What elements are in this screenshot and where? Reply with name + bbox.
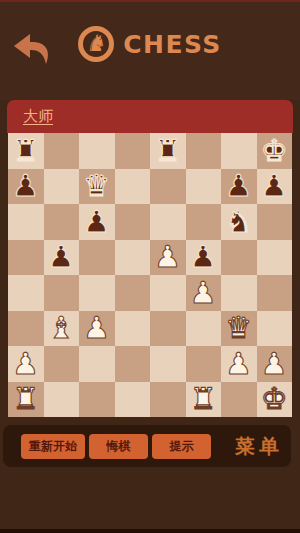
square-b8[interactable]: [44, 133, 80, 169]
square-b6[interactable]: [44, 204, 80, 240]
square-g6[interactable]: ♞: [221, 204, 257, 240]
square-d2[interactable]: [115, 346, 151, 382]
piece-white-pawn[interactable]: ♟: [225, 349, 252, 379]
square-a3[interactable]: [8, 311, 44, 347]
square-a2[interactable]: ♟: [8, 346, 44, 382]
square-b3[interactable]: ♝: [44, 311, 80, 347]
square-a8[interactable]: ♜: [8, 133, 44, 169]
square-h2[interactable]: ♟: [257, 346, 293, 382]
square-b2[interactable]: [44, 346, 80, 382]
square-b4[interactable]: [44, 275, 80, 311]
square-h3[interactable]: [257, 311, 293, 347]
square-e5[interactable]: ♟: [150, 240, 186, 276]
piece-white-pawn[interactable]: ♟: [154, 242, 181, 272]
square-h6[interactable]: [257, 204, 293, 240]
square-f3[interactable]: [186, 311, 222, 347]
square-f6[interactable]: [186, 204, 222, 240]
square-c4[interactable]: [79, 275, 115, 311]
piece-black-pawn[interactable]: ♟: [48, 242, 75, 272]
square-f1[interactable]: ♜: [186, 382, 222, 418]
square-c8[interactable]: [79, 133, 115, 169]
square-e2[interactable]: [150, 346, 186, 382]
piece-white-king[interactable]: ♚: [261, 384, 288, 414]
square-b7[interactable]: [44, 169, 80, 205]
back-arrow-icon: [13, 55, 53, 70]
chess-board: ♜♜♚♟♛♟♟♟♞♟♟♟♟♝♟♛♟♟♟♜♜♚: [8, 133, 292, 417]
square-f4[interactable]: ♟: [186, 275, 222, 311]
menu-button[interactable]: 菜单: [235, 433, 283, 460]
square-g5[interactable]: [221, 240, 257, 276]
square-d3[interactable]: [115, 311, 151, 347]
undo-button[interactable]: 悔棋: [89, 434, 148, 459]
square-d4[interactable]: [115, 275, 151, 311]
square-g1[interactable]: [221, 382, 257, 418]
square-h4[interactable]: [257, 275, 293, 311]
square-g4[interactable]: [221, 275, 257, 311]
square-e3[interactable]: [150, 311, 186, 347]
piece-white-rook[interactable]: ♜: [190, 384, 217, 414]
square-g2[interactable]: ♟: [221, 346, 257, 382]
piece-black-pawn[interactable]: ♟: [12, 171, 39, 201]
square-f2[interactable]: [186, 346, 222, 382]
square-c2[interactable]: [79, 346, 115, 382]
square-e7[interactable]: [150, 169, 186, 205]
bottom-toolbar: 重新开始 悔棋 提示 菜单: [3, 425, 291, 467]
piece-black-pawn[interactable]: ♟: [190, 242, 217, 272]
square-h1[interactable]: ♚: [257, 382, 293, 418]
piece-black-king[interactable]: ♚: [261, 136, 288, 166]
piece-white-pawn[interactable]: ♟: [190, 278, 217, 308]
level-label: 大师: [23, 107, 53, 126]
restart-button[interactable]: 重新开始: [21, 434, 85, 459]
piece-black-knight[interactable]: ♞: [225, 207, 252, 237]
square-d8[interactable]: [115, 133, 151, 169]
piece-black-queen[interactable]: ♛: [83, 171, 110, 201]
square-b1[interactable]: [44, 382, 80, 418]
piece-black-rook[interactable]: ♜: [154, 136, 181, 166]
square-g8[interactable]: [221, 133, 257, 169]
square-a6[interactable]: [8, 204, 44, 240]
square-d6[interactable]: [115, 204, 151, 240]
piece-white-queen[interactable]: ♛: [225, 313, 252, 343]
square-e4[interactable]: [150, 275, 186, 311]
piece-white-pawn[interactable]: ♟: [83, 313, 110, 343]
square-c3[interactable]: ♟: [79, 311, 115, 347]
square-e8[interactable]: ♜: [150, 133, 186, 169]
square-f5[interactable]: ♟: [186, 240, 222, 276]
square-g7[interactable]: ♟: [221, 169, 257, 205]
piece-black-pawn[interactable]: ♟: [83, 207, 110, 237]
square-d1[interactable]: [115, 382, 151, 418]
square-c1[interactable]: [79, 382, 115, 418]
square-d5[interactable]: [115, 240, 151, 276]
app-screen: ♞ CHESS 大师 ♜♜♚♟♛♟♟♟♞♟♟♟♟♝♟♛♟♟♟♜♜♚ 重新开始 悔…: [0, 0, 300, 533]
square-e1[interactable]: [150, 382, 186, 418]
back-button[interactable]: [13, 32, 53, 70]
board-frame: ♜♜♚♟♛♟♟♟♞♟♟♟♟♝♟♛♟♟♟♜♜♚: [0, 133, 300, 417]
hint-button[interactable]: 提示: [152, 434, 211, 459]
square-f7[interactable]: [186, 169, 222, 205]
square-c5[interactable]: [79, 240, 115, 276]
bottom-edge-strip: [0, 529, 300, 533]
square-a7[interactable]: ♟: [8, 169, 44, 205]
piece-black-rook[interactable]: ♜: [12, 136, 39, 166]
square-c6[interactable]: ♟: [79, 204, 115, 240]
piece-white-rook[interactable]: ♜: [12, 384, 39, 414]
piece-black-pawn[interactable]: ♟: [261, 171, 288, 201]
square-c7[interactable]: ♛: [79, 169, 115, 205]
piece-black-pawn[interactable]: ♟: [225, 171, 252, 201]
square-h7[interactable]: ♟: [257, 169, 293, 205]
square-a5[interactable]: [8, 240, 44, 276]
level-bar: 大师: [7, 100, 293, 133]
square-h5[interactable]: [257, 240, 293, 276]
square-b5[interactable]: ♟: [44, 240, 80, 276]
app-logo: ♞ CHESS: [78, 26, 222, 62]
square-g3[interactable]: ♛: [221, 311, 257, 347]
app-title: CHESS: [123, 30, 222, 59]
piece-white-pawn[interactable]: ♟: [12, 349, 39, 379]
piece-white-pawn[interactable]: ♟: [261, 349, 288, 379]
square-d7[interactable]: [115, 169, 151, 205]
square-a1[interactable]: ♜: [8, 382, 44, 418]
piece-white-bishop[interactable]: ♝: [48, 313, 75, 343]
square-a4[interactable]: [8, 275, 44, 311]
square-h8[interactable]: ♚: [257, 133, 293, 169]
knight-icon: ♞: [86, 32, 107, 55]
app-header: ♞ CHESS: [0, 2, 300, 100]
square-e6[interactable]: [150, 204, 186, 240]
square-f8[interactable]: [186, 133, 222, 169]
knight-circle-icon: ♞: [78, 26, 114, 62]
